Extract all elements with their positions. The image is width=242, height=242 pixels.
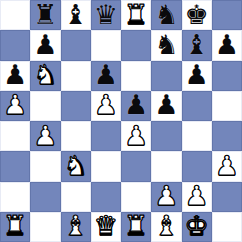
chess-board: ♜♝♛♜♞♚♟♞♝♟♟♞♟♟♟♟♟♟♟♟♞♟♟♟♜♝♛♜♝♚ — [0, 0, 242, 242]
white-bishop-icon[interactable]: ♝ — [64, 212, 88, 239]
square-e6[interactable] — [121, 61, 151, 91]
black-pawn-icon[interactable]: ♟ — [154, 91, 178, 118]
square-b7[interactable]: ♟ — [30, 30, 60, 60]
square-a3[interactable] — [0, 151, 30, 181]
white-pawn-icon[interactable]: ♟ — [3, 91, 27, 118]
black-bishop-icon[interactable]: ♝ — [64, 1, 88, 28]
square-d6[interactable]: ♟ — [91, 61, 121, 91]
black-bishop-icon[interactable]: ♝ — [185, 31, 209, 58]
white-pawn-icon[interactable]: ♟ — [154, 182, 178, 209]
square-b3[interactable] — [30, 151, 60, 181]
black-pawn-icon[interactable]: ♟ — [185, 61, 209, 88]
white-rook-icon[interactable]: ♜ — [124, 212, 148, 239]
square-d8[interactable]: ♛ — [91, 0, 121, 30]
square-c6[interactable] — [61, 61, 91, 91]
black-pawn-icon[interactable]: ♟ — [33, 31, 57, 58]
square-c4[interactable] — [61, 121, 91, 151]
white-bishop-icon[interactable]: ♝ — [154, 212, 178, 239]
black-pawn-icon[interactable]: ♟ — [94, 61, 118, 88]
square-f5[interactable]: ♟ — [151, 91, 181, 121]
square-a7[interactable] — [0, 30, 30, 60]
square-d1[interactable]: ♛ — [91, 212, 121, 242]
square-e3[interactable] — [121, 151, 151, 181]
white-knight-icon[interactable]: ♞ — [33, 61, 57, 88]
square-g1[interactable]: ♚ — [182, 212, 212, 242]
square-c2[interactable] — [61, 182, 91, 212]
white-rook-icon[interactable]: ♜ — [3, 212, 27, 239]
white-pawn-icon[interactable]: ♟ — [215, 152, 239, 179]
square-b8[interactable]: ♜ — [30, 0, 60, 30]
square-f1[interactable]: ♝ — [151, 212, 181, 242]
square-g7[interactable]: ♝ — [182, 30, 212, 60]
square-d4[interactable] — [91, 121, 121, 151]
white-king-icon[interactable]: ♚ — [185, 212, 209, 239]
square-g8[interactable]: ♚ — [182, 0, 212, 30]
white-knight-icon[interactable]: ♞ — [64, 152, 88, 179]
square-h5[interactable] — [212, 91, 242, 121]
white-pawn-icon[interactable]: ♟ — [94, 91, 118, 118]
square-d5[interactable]: ♟ — [91, 91, 121, 121]
square-h3[interactable]: ♟ — [212, 151, 242, 181]
square-a5[interactable]: ♟ — [0, 91, 30, 121]
square-f3[interactable] — [151, 151, 181, 181]
square-b2[interactable] — [30, 182, 60, 212]
square-c8[interactable]: ♝ — [61, 0, 91, 30]
black-knight-icon[interactable]: ♞ — [154, 1, 178, 28]
square-d7[interactable] — [91, 30, 121, 60]
square-f6[interactable] — [151, 61, 181, 91]
square-c7[interactable] — [61, 30, 91, 60]
white-queen-icon[interactable]: ♛ — [94, 212, 118, 239]
white-pawn-icon[interactable]: ♟ — [124, 122, 148, 149]
square-g3[interactable] — [182, 151, 212, 181]
square-a2[interactable] — [0, 182, 30, 212]
square-h6[interactable] — [212, 61, 242, 91]
black-rook-icon[interactable]: ♜ — [33, 1, 57, 28]
square-h8[interactable] — [212, 0, 242, 30]
square-a1[interactable]: ♜ — [0, 212, 30, 242]
square-a8[interactable] — [0, 0, 30, 30]
square-f2[interactable]: ♟ — [151, 182, 181, 212]
square-h1[interactable] — [212, 212, 242, 242]
square-e4[interactable]: ♟ — [121, 121, 151, 151]
square-g5[interactable] — [182, 91, 212, 121]
white-rook-icon[interactable]: ♜ — [124, 1, 148, 28]
square-b5[interactable] — [30, 91, 60, 121]
square-g2[interactable]: ♟ — [182, 182, 212, 212]
square-h7[interactable]: ♟ — [212, 30, 242, 60]
black-pawn-icon[interactable]: ♟ — [3, 61, 27, 88]
square-e8[interactable]: ♜ — [121, 0, 151, 30]
square-f4[interactable] — [151, 121, 181, 151]
square-a6[interactable]: ♟ — [0, 61, 30, 91]
square-h4[interactable] — [212, 121, 242, 151]
white-pawn-icon[interactable]: ♟ — [185, 182, 209, 209]
square-g4[interactable] — [182, 121, 212, 151]
square-c3[interactable]: ♞ — [61, 151, 91, 181]
square-b1[interactable] — [30, 212, 60, 242]
black-queen-icon[interactable]: ♛ — [94, 1, 118, 28]
square-c1[interactable]: ♝ — [61, 212, 91, 242]
square-e7[interactable] — [121, 30, 151, 60]
black-pawn-icon[interactable]: ♟ — [124, 91, 148, 118]
square-g6[interactable]: ♟ — [182, 61, 212, 91]
black-pawn-icon[interactable]: ♟ — [215, 31, 239, 58]
square-f7[interactable]: ♞ — [151, 30, 181, 60]
black-knight-icon[interactable]: ♞ — [154, 31, 178, 58]
square-h2[interactable] — [212, 182, 242, 212]
square-b6[interactable]: ♞ — [30, 61, 60, 91]
square-f8[interactable]: ♞ — [151, 0, 181, 30]
square-d3[interactable] — [91, 151, 121, 181]
black-king-icon[interactable]: ♚ — [185, 1, 209, 28]
square-a4[interactable] — [0, 121, 30, 151]
square-e5[interactable]: ♟ — [121, 91, 151, 121]
white-pawn-icon[interactable]: ♟ — [33, 122, 57, 149]
square-d2[interactable] — [91, 182, 121, 212]
square-c5[interactable] — [61, 91, 91, 121]
square-e2[interactable] — [121, 182, 151, 212]
square-e1[interactable]: ♜ — [121, 212, 151, 242]
square-b4[interactable]: ♟ — [30, 121, 60, 151]
